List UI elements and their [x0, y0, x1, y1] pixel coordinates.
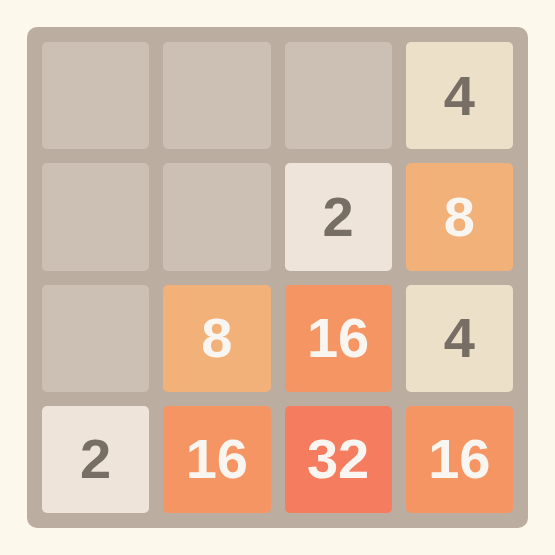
empty-cell-r1c1 [42, 42, 149, 149]
empty-cell-r2c1 [42, 163, 149, 270]
tile-4-r3c4: 4 [406, 285, 513, 392]
tile-16-r4c4: 16 [406, 406, 513, 513]
tile-16-r4c2: 16 [163, 406, 270, 513]
tile-8-r3c2: 8 [163, 285, 270, 392]
empty-cell-r3c1 [42, 285, 149, 392]
empty-cell-r1c3 [285, 42, 392, 149]
empty-cell-r2c2 [163, 163, 270, 270]
empty-cell-r1c2 [163, 42, 270, 149]
game-board-2048[interactable]: 42881642163216 [27, 27, 528, 528]
tile-32-r4c3: 32 [285, 406, 392, 513]
tile-4-r1c4: 4 [406, 42, 513, 149]
tile-2-r2c3: 2 [285, 163, 392, 270]
tile-2-r4c1: 2 [42, 406, 149, 513]
tile-8-r2c4: 8 [406, 163, 513, 270]
tile-16-r3c3: 16 [285, 285, 392, 392]
